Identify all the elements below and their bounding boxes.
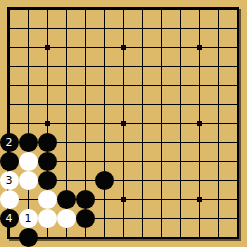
intersection-9-12[interactable] (152, 209, 171, 228)
intersection-13-4[interactable] (228, 57, 247, 76)
white-stone (19, 171, 38, 190)
intersection-5-5[interactable] (76, 76, 95, 95)
intersection-2-2[interactable] (19, 19, 38, 38)
intersection-13-6[interactable] (228, 95, 247, 114)
intersection-1-3[interactable] (0, 38, 19, 57)
intersection-6-4[interactable] (95, 57, 114, 76)
black-stone (76, 190, 95, 209)
intersection-7-5[interactable] (114, 76, 133, 95)
intersection-13-10[interactable] (228, 171, 247, 190)
intersection-2-4[interactable] (19, 57, 38, 76)
intersection-5-2[interactable] (76, 19, 95, 38)
intersection-13-1[interactable] (228, 0, 247, 19)
intersection-6-8[interactable] (95, 133, 114, 152)
intersection-6-1[interactable] (95, 0, 114, 19)
intersection-2-7[interactable] (19, 114, 38, 133)
intersection-3-4[interactable] (38, 57, 57, 76)
intersection-10-5[interactable] (171, 76, 190, 95)
intersection-12-1[interactable] (209, 0, 228, 19)
intersection-2-3[interactable] (19, 38, 38, 57)
intersection-8-5[interactable] (133, 76, 152, 95)
intersection-3-1[interactable] (38, 0, 57, 19)
white-stone (57, 209, 76, 228)
intersection-1-1[interactable] (0, 0, 19, 19)
intersection-12-7[interactable] (209, 114, 228, 133)
star-point (197, 45, 202, 50)
intersection-12-4[interactable] (209, 57, 228, 76)
intersection-6-5[interactable] (95, 76, 114, 95)
intersection-5-6[interactable] (76, 95, 95, 114)
intersection-13-3[interactable] (228, 38, 247, 57)
intersection-2-1[interactable] (19, 0, 38, 19)
intersection-10-10[interactable] (171, 171, 190, 190)
intersection-3-3[interactable] (38, 38, 57, 57)
intersection-1-12[interactable]: 4 (0, 209, 19, 228)
intersection-10-12[interactable] (171, 209, 190, 228)
intersection-5-10[interactable] (76, 171, 95, 190)
intersection-2-10[interactable] (19, 171, 38, 190)
intersection-1-5[interactable] (0, 76, 19, 95)
intersection-8-13[interactable] (133, 228, 152, 247)
intersection-3-7[interactable] (38, 114, 57, 133)
intersection-12-6[interactable] (209, 95, 228, 114)
intersection-9-7[interactable] (152, 114, 171, 133)
intersection-8-2[interactable] (133, 19, 152, 38)
intersection-11-3[interactable] (190, 38, 209, 57)
intersection-13-9[interactable] (228, 152, 247, 171)
intersection-9-6[interactable] (152, 95, 171, 114)
white-stone-move-1: 1 (19, 209, 38, 228)
intersection-6-12[interactable] (95, 209, 114, 228)
intersection-8-9[interactable] (133, 152, 152, 171)
intersection-11-2[interactable] (190, 19, 209, 38)
star-point (121, 121, 126, 126)
intersection-2-6[interactable] (19, 95, 38, 114)
intersection-6-9[interactable] (95, 152, 114, 171)
intersection-4-7[interactable] (57, 114, 76, 133)
intersection-9-3[interactable] (152, 38, 171, 57)
black-stone (95, 171, 114, 190)
intersection-4-4[interactable] (57, 57, 76, 76)
intersection-13-7[interactable] (228, 114, 247, 133)
go-board-grid: 2341 (0, 0, 247, 247)
intersection-1-6[interactable] (0, 95, 19, 114)
intersection-11-4[interactable] (190, 57, 209, 76)
intersection-9-2[interactable] (152, 19, 171, 38)
intersection-3-8[interactable] (38, 133, 57, 152)
black-stone (19, 133, 38, 152)
intersection-3-6[interactable] (38, 95, 57, 114)
intersection-8-3[interactable] (133, 38, 152, 57)
intersection-12-5[interactable] (209, 76, 228, 95)
intersection-4-2[interactable] (57, 19, 76, 38)
intersection-3-5[interactable] (38, 76, 57, 95)
intersection-4-10[interactable] (57, 171, 76, 190)
black-stone (76, 209, 95, 228)
intersection-7-3[interactable] (114, 38, 133, 57)
black-stone (38, 152, 57, 171)
black-stone-move-4: 4 (0, 209, 19, 228)
star-point (197, 197, 202, 202)
intersection-3-11[interactable] (38, 190, 57, 209)
star-point (45, 45, 50, 50)
intersection-4-8[interactable] (57, 133, 76, 152)
intersection-11-1[interactable] (190, 0, 209, 19)
intersection-6-3[interactable] (95, 38, 114, 57)
intersection-10-1[interactable] (171, 0, 190, 19)
intersection-4-3[interactable] (57, 38, 76, 57)
intersection-6-6[interactable] (95, 95, 114, 114)
intersection-1-11[interactable] (0, 190, 19, 209)
intersection-8-10[interactable] (133, 171, 152, 190)
star-point (197, 121, 202, 126)
intersection-9-9[interactable] (152, 152, 171, 171)
intersection-11-13[interactable] (190, 228, 209, 247)
white-stone (19, 152, 38, 171)
intersection-12-10[interactable] (209, 171, 228, 190)
intersection-8-11[interactable] (133, 190, 152, 209)
go-board-diagram: 2341 (0, 0, 247, 247)
white-stone-move-3: 3 (0, 171, 19, 190)
star-point (45, 121, 50, 126)
intersection-12-2[interactable] (209, 19, 228, 38)
intersection-1-8[interactable]: 2 (0, 133, 19, 152)
intersection-7-10[interactable] (114, 171, 133, 190)
intersection-13-5[interactable] (228, 76, 247, 95)
intersection-1-10[interactable]: 3 (0, 171, 19, 190)
intersection-5-12[interactable] (76, 209, 95, 228)
intersection-7-8[interactable] (114, 133, 133, 152)
intersection-3-9[interactable] (38, 152, 57, 171)
intersection-6-11[interactable] (95, 190, 114, 209)
star-point (121, 45, 126, 50)
intersection-7-4[interactable] (114, 57, 133, 76)
intersection-11-9[interactable] (190, 152, 209, 171)
intersection-11-12[interactable] (190, 209, 209, 228)
black-stone (38, 133, 57, 152)
black-stone (0, 152, 19, 171)
intersection-8-8[interactable] (133, 133, 152, 152)
intersection-6-7[interactable] (95, 114, 114, 133)
intersection-9-4[interactable] (152, 57, 171, 76)
intersection-2-8[interactable] (19, 133, 38, 152)
black-stone (57, 190, 76, 209)
intersection-4-9[interactable] (57, 152, 76, 171)
intersection-4-11[interactable] (57, 190, 76, 209)
intersection-1-13[interactable] (0, 228, 19, 247)
intersection-7-12[interactable] (114, 209, 133, 228)
intersection-13-12[interactable] (228, 209, 247, 228)
intersection-1-7[interactable] (0, 114, 19, 133)
intersection-10-9[interactable] (171, 152, 190, 171)
intersection-6-10[interactable] (95, 171, 114, 190)
intersection-10-4[interactable] (171, 57, 190, 76)
black-stone (19, 228, 38, 247)
intersection-5-4[interactable] (76, 57, 95, 76)
intersection-4-1[interactable] (57, 0, 76, 19)
white-stone (0, 190, 19, 209)
intersection-3-10[interactable] (38, 171, 57, 190)
black-stone (38, 171, 57, 190)
intersection-10-11[interactable] (171, 190, 190, 209)
intersection-11-5[interactable] (190, 76, 209, 95)
intersection-13-8[interactable] (228, 133, 247, 152)
intersection-10-3[interactable] (171, 38, 190, 57)
intersection-5-3[interactable] (76, 38, 95, 57)
intersection-8-1[interactable] (133, 0, 152, 19)
intersection-3-12[interactable] (38, 209, 57, 228)
intersection-8-6[interactable] (133, 95, 152, 114)
intersection-9-10[interactable] (152, 171, 171, 190)
intersection-5-9[interactable] (76, 152, 95, 171)
intersection-4-5[interactable] (57, 76, 76, 95)
intersection-5-11[interactable] (76, 190, 95, 209)
intersection-12-11[interactable] (209, 190, 228, 209)
intersection-5-8[interactable] (76, 133, 95, 152)
black-stone-move-2: 2 (0, 133, 19, 152)
intersection-11-11[interactable] (190, 190, 209, 209)
intersection-1-9[interactable] (0, 152, 19, 171)
intersection-10-7[interactable] (171, 114, 190, 133)
intersection-9-8[interactable] (152, 133, 171, 152)
white-stone (38, 190, 57, 209)
intersection-11-6[interactable] (190, 95, 209, 114)
intersection-2-9[interactable] (19, 152, 38, 171)
intersection-6-2[interactable] (95, 19, 114, 38)
intersection-11-8[interactable] (190, 133, 209, 152)
intersection-7-9[interactable] (114, 152, 133, 171)
intersection-10-13[interactable] (171, 228, 190, 247)
intersection-7-7[interactable] (114, 114, 133, 133)
intersection-8-12[interactable] (133, 209, 152, 228)
intersection-13-2[interactable] (228, 19, 247, 38)
intersection-12-3[interactable] (209, 38, 228, 57)
intersection-9-13[interactable] (152, 228, 171, 247)
intersection-10-6[interactable] (171, 95, 190, 114)
intersection-9-5[interactable] (152, 76, 171, 95)
intersection-2-5[interactable] (19, 76, 38, 95)
white-stone (38, 209, 57, 228)
intersection-4-6[interactable] (57, 95, 76, 114)
intersection-12-9[interactable] (209, 152, 228, 171)
intersection-5-7[interactable] (76, 114, 95, 133)
intersection-7-13[interactable] (114, 228, 133, 247)
intersection-9-11[interactable] (152, 190, 171, 209)
intersection-2-13[interactable] (19, 228, 38, 247)
intersection-8-7[interactable] (133, 114, 152, 133)
intersection-4-12[interactable] (57, 209, 76, 228)
intersection-5-1[interactable] (76, 0, 95, 19)
intersection-1-4[interactable] (0, 57, 19, 76)
intersection-3-13[interactable] (38, 228, 57, 247)
intersection-11-7[interactable] (190, 114, 209, 133)
intersection-7-6[interactable] (114, 95, 133, 114)
intersection-9-1[interactable] (152, 0, 171, 19)
intersection-7-11[interactable] (114, 190, 133, 209)
intersection-7-2[interactable] (114, 19, 133, 38)
intersection-1-2[interactable] (0, 19, 19, 38)
intersection-12-8[interactable] (209, 133, 228, 152)
intersection-5-13[interactable] (76, 228, 95, 247)
intersection-4-13[interactable] (57, 228, 76, 247)
intersection-13-11[interactable] (228, 190, 247, 209)
intersection-13-13[interactable] (228, 228, 247, 247)
intersection-8-4[interactable] (133, 57, 152, 76)
intersection-10-2[interactable] (171, 19, 190, 38)
go-board[interactable]: 2341 (7, 7, 239, 239)
intersection-2-12[interactable]: 1 (19, 209, 38, 228)
intersection-10-8[interactable] (171, 133, 190, 152)
intersection-11-10[interactable] (190, 171, 209, 190)
intersection-6-13[interactable] (95, 228, 114, 247)
intersection-12-12[interactable] (209, 209, 228, 228)
intersection-12-13[interactable] (209, 228, 228, 247)
star-point (121, 197, 126, 202)
intersection-3-2[interactable] (38, 19, 57, 38)
intersection-2-11[interactable] (19, 190, 38, 209)
intersection-7-1[interactable] (114, 0, 133, 19)
